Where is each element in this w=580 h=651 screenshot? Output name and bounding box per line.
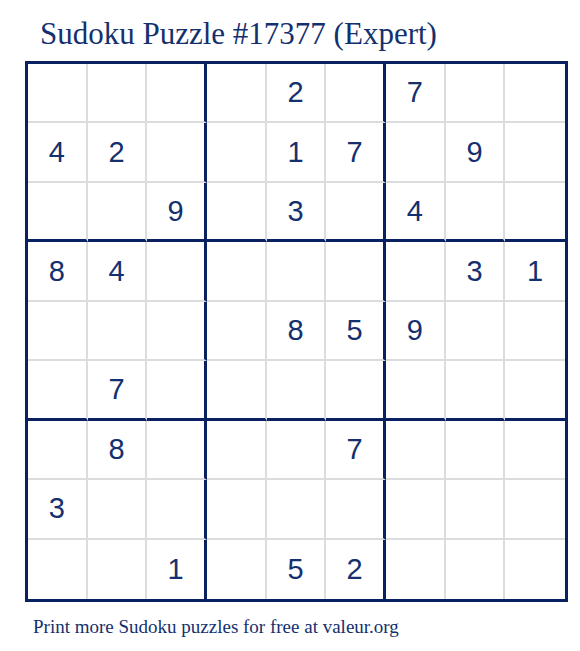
sudoku-cell [505,540,565,599]
sudoku-cell: 1 [505,242,565,301]
sudoku-cell [386,123,446,182]
sudoku-cell: 8 [267,302,327,361]
sudoku-cell [267,361,327,420]
sudoku-cell [28,302,88,361]
sudoku-cell [267,242,327,301]
sudoku-cell [386,361,446,420]
sudoku-cell [446,540,506,599]
sudoku-cell [88,302,148,361]
sudoku-cell: 8 [88,421,148,480]
sudoku-cell [147,302,207,361]
sudoku-cell: 3 [446,242,506,301]
sudoku-cell [207,123,267,182]
sudoku-cell [326,242,386,301]
sudoku-cell [88,480,148,539]
sudoku-cell: 4 [386,183,446,242]
sudoku-cell [147,64,207,123]
sudoku-cell: 4 [88,242,148,301]
sudoku-cell [326,480,386,539]
sudoku-cell [386,480,446,539]
sudoku-cell [446,302,506,361]
page-title: Sudoku Puzzle #17377 (Expert) [40,16,437,52]
sudoku-cell [505,123,565,182]
sudoku-cell [505,421,565,480]
sudoku-cell [505,361,565,420]
sudoku-cell: 9 [147,183,207,242]
sudoku-cell: 1 [267,123,327,182]
sudoku-cell [267,480,327,539]
sudoku-cell: 2 [326,540,386,599]
sudoku-cell: 7 [88,361,148,420]
sudoku-cell [326,64,386,123]
sudoku-cell: 5 [326,302,386,361]
sudoku-page: Sudoku Puzzle #17377 (Expert) 2742179934… [0,0,580,651]
sudoku-cell [147,123,207,182]
sudoku-cell [386,421,446,480]
sudoku-cell [326,183,386,242]
sudoku-cell [207,361,267,420]
sudoku-cell [446,64,506,123]
sudoku-cell [88,183,148,242]
sudoku-cell: 3 [267,183,327,242]
sudoku-cell: 3 [28,480,88,539]
sudoku-cell [207,421,267,480]
sudoku-cell [446,183,506,242]
sudoku-cell [207,302,267,361]
sudoku-cell [207,480,267,539]
sudoku-cell [207,64,267,123]
sudoku-cell [446,421,506,480]
sudoku-cell [505,480,565,539]
sudoku-cell [207,540,267,599]
sudoku-cell: 2 [267,64,327,123]
sudoku-board: 274217993484318597873152 [25,61,568,602]
sudoku-cell [28,183,88,242]
sudoku-cell: 7 [326,123,386,182]
sudoku-cell [88,64,148,123]
sudoku-cell [505,302,565,361]
sudoku-cell [505,183,565,242]
footer-text: Print more Sudoku puzzles for free at va… [33,616,399,638]
sudoku-cell: 2 [88,123,148,182]
sudoku-cell: 9 [446,123,506,182]
sudoku-cell [446,361,506,420]
sudoku-cell: 4 [28,123,88,182]
sudoku-cell [386,242,446,301]
sudoku-cell [28,361,88,420]
sudoku-cell [28,540,88,599]
sudoku-cell [207,242,267,301]
sudoku-cell [147,242,207,301]
sudoku-cell: 9 [386,302,446,361]
sudoku-cell [28,421,88,480]
sudoku-cell [446,480,506,539]
sudoku-cell: 7 [386,64,446,123]
sudoku-cell: 8 [28,242,88,301]
sudoku-cell: 5 [267,540,327,599]
sudoku-cell [147,421,207,480]
sudoku-cell: 7 [326,421,386,480]
sudoku-cell [28,64,88,123]
sudoku-cell [326,361,386,420]
sudoku-cell [386,540,446,599]
sudoku-cell [505,64,565,123]
sudoku-cell [147,480,207,539]
sudoku-cell: 1 [147,540,207,599]
sudoku-cell [147,361,207,420]
sudoku-cell [267,421,327,480]
sudoku-cell [88,540,148,599]
sudoku-cell [207,183,267,242]
